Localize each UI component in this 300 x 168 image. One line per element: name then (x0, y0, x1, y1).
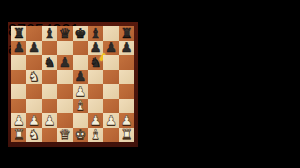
square-e6[interactable] (73, 55, 88, 70)
piece-white-r: ♜ (11, 127, 26, 142)
square-b2[interactable]: ♟ (26, 113, 41, 128)
piece-white-p: ♟ (42, 113, 57, 128)
piece-white-n: ♞ (26, 127, 41, 142)
chess-board-frame: 87654321 ♜♝♛♚♝♜♟♟♟♟♟♞♟♞♞♟♟♝♟♟♟♟♟♟♜♞♛♚♝♜ … (8, 22, 138, 147)
square-c5[interactable] (42, 70, 57, 85)
square-e4[interactable]: ♟ (73, 84, 88, 99)
square-c8[interactable]: ♝ (42, 26, 57, 41)
square-c4[interactable] (42, 84, 57, 99)
square-f3[interactable] (88, 99, 103, 114)
square-g5[interactable] (103, 70, 118, 85)
piece-white-p: ♟ (88, 113, 103, 128)
square-d8[interactable]: ♛ (57, 26, 72, 41)
square-h7[interactable]: ♟ (119, 41, 134, 56)
square-a5[interactable] (11, 70, 26, 85)
piece-black-p: ♟ (119, 40, 134, 55)
piece-black-b: ♝ (42, 26, 57, 41)
piece-white-r: ♜ (119, 127, 134, 142)
square-c1[interactable] (42, 128, 57, 143)
chess-board: ♜♝♛♚♝♜♟♟♟♟♟♞♟♞♞♟♟♝♟♟♟♟♟♟♜♞♛♚♝♜ (11, 26, 134, 142)
square-f7[interactable]: ♟ (88, 41, 103, 56)
piece-white-p: ♟ (103, 113, 118, 128)
square-b3[interactable] (26, 99, 41, 114)
square-c7[interactable] (42, 41, 57, 56)
square-h1[interactable]: ♜ (119, 128, 134, 143)
square-d5[interactable] (57, 70, 72, 85)
piece-black-p: ♟ (11, 40, 26, 55)
square-c3[interactable] (42, 99, 57, 114)
square-f6[interactable]: ♞ (88, 55, 103, 70)
square-f2[interactable]: ♟ (88, 113, 103, 128)
square-h3[interactable] (119, 99, 134, 114)
square-d7[interactable] (57, 41, 72, 56)
square-b7[interactable]: ♟ (26, 41, 41, 56)
piece-black-p: ♟ (57, 55, 72, 70)
square-g6[interactable] (103, 55, 118, 70)
piece-black-p: ♟ (103, 40, 118, 55)
square-a1[interactable]: ♜ (11, 128, 26, 143)
piece-white-b: ♝ (88, 127, 103, 142)
square-a6[interactable] (11, 55, 26, 70)
piece-white-p: ♟ (11, 113, 26, 128)
piece-black-b: ♝ (88, 26, 103, 41)
piece-black-p: ♟ (88, 40, 103, 55)
square-d1[interactable]: ♛ (57, 128, 72, 143)
square-f8[interactable]: ♝ (88, 26, 103, 41)
piece-black-q: ♛ (57, 26, 72, 41)
piece-black-r: ♜ (119, 26, 134, 41)
square-h5[interactable] (119, 70, 134, 85)
piece-black-k: ♚ (73, 26, 88, 41)
square-e5[interactable]: ♟ (73, 70, 88, 85)
square-a7[interactable]: ♟ (11, 41, 26, 56)
square-e2[interactable] (73, 113, 88, 128)
square-g3[interactable] (103, 99, 118, 114)
square-g7[interactable]: ♟ (103, 41, 118, 56)
square-a8[interactable]: ♜ (11, 26, 26, 41)
piece-white-p: ♟ (73, 84, 88, 99)
piece-black-p: ♟ (26, 40, 41, 55)
piece-black-r: ♜ (11, 26, 26, 41)
square-a4[interactable] (11, 84, 26, 99)
square-h4[interactable] (119, 84, 134, 99)
piece-white-p: ♟ (119, 113, 134, 128)
square-f4[interactable] (88, 84, 103, 99)
square-g2[interactable]: ♟ (103, 113, 118, 128)
piece-white-n: ♞ (26, 69, 41, 84)
square-g8[interactable] (103, 26, 118, 41)
square-c2[interactable]: ♟ (42, 113, 57, 128)
square-b8[interactable] (26, 26, 41, 41)
piece-black-n: ♞ (42, 55, 57, 70)
piece-white-q: ♛ (57, 127, 72, 142)
square-e3[interactable]: ♝ (73, 99, 88, 114)
square-c6[interactable]: ♞ (42, 55, 57, 70)
piece-white-p: ♟ (26, 113, 41, 128)
square-b1[interactable]: ♞ (26, 128, 41, 143)
square-g1[interactable] (103, 128, 118, 143)
square-b5[interactable]: ♞ (26, 70, 41, 85)
square-e8[interactable]: ♚ (73, 26, 88, 41)
square-d4[interactable] (57, 84, 72, 99)
square-a2[interactable]: ♟ (11, 113, 26, 128)
square-f5[interactable] (88, 70, 103, 85)
piece-black-p: ♟ (73, 69, 88, 84)
square-e7[interactable] (73, 41, 88, 56)
square-h2[interactable]: ♟ (119, 113, 134, 128)
square-b6[interactable] (26, 55, 41, 70)
square-d2[interactable] (57, 113, 72, 128)
square-b4[interactable] (26, 84, 41, 99)
board-side-edge (134, 27, 138, 140)
piece-white-k: ♚ (73, 127, 88, 142)
square-a3[interactable] (11, 99, 26, 114)
square-h8[interactable]: ♜ (119, 26, 134, 41)
square-e1[interactable]: ♚ (73, 128, 88, 143)
square-h6[interactable] (119, 55, 134, 70)
square-g4[interactable] (103, 84, 118, 99)
square-d3[interactable] (57, 99, 72, 114)
square-d6[interactable]: ♟ (57, 55, 72, 70)
square-f1[interactable]: ♝ (88, 128, 103, 143)
piece-white-b: ♝ (73, 98, 88, 113)
